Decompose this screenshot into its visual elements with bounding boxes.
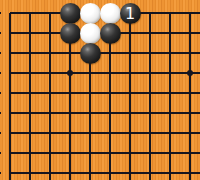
stone-white bbox=[80, 3, 101, 24]
stone-black bbox=[100, 23, 121, 44]
stone-black bbox=[60, 3, 81, 24]
stones-layer: 1 bbox=[0, 3, 200, 180]
stone-black bbox=[80, 43, 101, 64]
go-board: 1 bbox=[0, 0, 200, 180]
stone-black: 1 bbox=[120, 3, 141, 24]
move-number-label: 1 bbox=[125, 3, 135, 24]
stone-white bbox=[80, 23, 101, 44]
stone-black bbox=[60, 23, 81, 44]
stone-white bbox=[100, 3, 121, 24]
